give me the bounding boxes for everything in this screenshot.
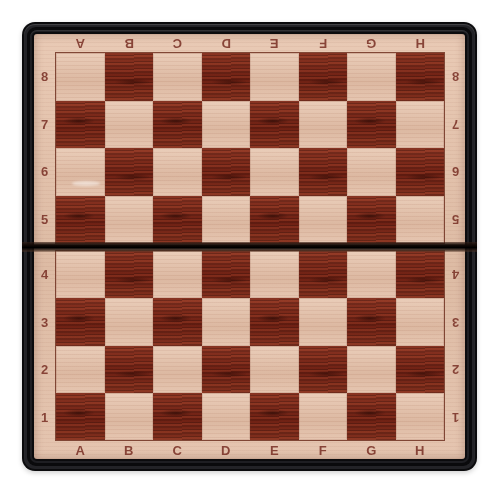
file-label-bottom-h: H — [396, 441, 445, 459]
square-c5[interactable] — [153, 196, 202, 244]
file-label-top-d: D — [202, 35, 251, 52]
square-b7[interactable] — [105, 101, 154, 149]
square-g7[interactable] — [347, 101, 396, 149]
rank-label-right-1: 1 — [446, 394, 465, 441]
square-d6[interactable] — [202, 148, 251, 196]
square-g1[interactable] — [347, 393, 396, 440]
rank-label-right-7: 7 — [446, 101, 465, 148]
square-c2[interactable] — [153, 346, 202, 393]
square-d3[interactable] — [202, 298, 251, 345]
file-label-bottom-c: C — [153, 441, 202, 459]
square-f6[interactable] — [299, 148, 348, 196]
square-b2[interactable] — [105, 346, 154, 393]
square-e4[interactable] — [250, 251, 299, 298]
board-bottom-half — [56, 251, 444, 440]
square-g8[interactable] — [347, 53, 396, 101]
square-g2[interactable] — [347, 346, 396, 393]
rank-label-right-5: 5 — [446, 196, 465, 243]
board-top-half — [56, 53, 444, 243]
file-label-bottom-b: B — [105, 441, 154, 459]
square-d1[interactable] — [202, 393, 251, 440]
square-e2[interactable] — [250, 346, 299, 393]
file-label-bottom-e: E — [250, 441, 299, 459]
square-b8[interactable] — [105, 53, 154, 101]
square-g5[interactable] — [347, 196, 396, 244]
file-label-bottom-a: A — [56, 441, 105, 459]
square-c7[interactable] — [153, 101, 202, 149]
rank-label-left-1: 1 — [35, 394, 54, 441]
file-label-top-h: H — [396, 35, 445, 52]
square-e5[interactable] — [250, 196, 299, 244]
square-a2[interactable] — [56, 346, 105, 393]
square-c8[interactable] — [153, 53, 202, 101]
file-label-top-a: A — [56, 35, 105, 52]
square-a1[interactable] — [56, 393, 105, 440]
rank-label-right-8: 8 — [446, 53, 465, 100]
square-b3[interactable] — [105, 298, 154, 345]
square-h2[interactable] — [396, 346, 445, 393]
square-d7[interactable] — [202, 101, 251, 149]
square-f1[interactable] — [299, 393, 348, 440]
square-a8[interactable] — [56, 53, 105, 101]
square-e1[interactable] — [250, 393, 299, 440]
square-f4[interactable] — [299, 251, 348, 298]
square-h3[interactable] — [396, 298, 445, 345]
square-c3[interactable] — [153, 298, 202, 345]
file-label-top-f: F — [299, 35, 348, 52]
rank-label-right-3: 3 — [446, 299, 465, 346]
file-label-top-b: B — [105, 35, 154, 52]
square-g4[interactable] — [347, 251, 396, 298]
square-c4[interactable] — [153, 251, 202, 298]
square-h5[interactable] — [396, 196, 445, 244]
file-label-bottom-d: D — [202, 441, 251, 459]
square-h6[interactable] — [396, 148, 445, 196]
square-a7[interactable] — [56, 101, 105, 149]
square-b1[interactable] — [105, 393, 154, 440]
square-f2[interactable] — [299, 346, 348, 393]
square-b4[interactable] — [105, 251, 154, 298]
square-g6[interactable] — [347, 148, 396, 196]
chessboard-photo: ABCDEFGH ABCDEFGH 87654321 87654321 — [0, 0, 500, 494]
square-a4[interactable] — [56, 251, 105, 298]
square-d4[interactable] — [202, 251, 251, 298]
square-c6[interactable] — [153, 148, 202, 196]
rank-label-left-5: 5 — [35, 196, 54, 243]
square-e8[interactable] — [250, 53, 299, 101]
a6-scuff-mark — [72, 181, 100, 186]
file-label-bottom-f: F — [299, 441, 348, 459]
square-a5[interactable] — [56, 196, 105, 244]
square-h8[interactable] — [396, 53, 445, 101]
square-b5[interactable] — [105, 196, 154, 244]
file-label-top-e: E — [250, 35, 299, 52]
rank-label-left-7: 7 — [35, 101, 54, 148]
square-a6[interactable] — [56, 148, 105, 196]
square-d8[interactable] — [202, 53, 251, 101]
rank-label-left-2: 2 — [35, 346, 54, 393]
rank-label-right-2: 2 — [446, 346, 465, 393]
file-label-top-g: G — [347, 35, 396, 52]
square-e3[interactable] — [250, 298, 299, 345]
rank-label-left-8: 8 — [35, 53, 54, 100]
fold-seam — [22, 242, 477, 252]
rank-labels-left: 87654321 — [35, 53, 54, 441]
square-f5[interactable] — [299, 196, 348, 244]
square-h4[interactable] — [396, 251, 445, 298]
rank-label-left-4: 4 — [35, 251, 54, 298]
square-h1[interactable] — [396, 393, 445, 440]
rank-label-left-3: 3 — [35, 299, 54, 346]
square-a3[interactable] — [56, 298, 105, 345]
file-label-top-c: C — [153, 35, 202, 52]
square-b6[interactable] — [105, 148, 154, 196]
rank-label-right-6: 6 — [446, 148, 465, 195]
square-d5[interactable] — [202, 196, 251, 244]
file-labels-top: ABCDEFGH — [56, 35, 444, 52]
file-label-bottom-g: G — [347, 441, 396, 459]
square-h7[interactable] — [396, 101, 445, 149]
rank-label-right-4: 4 — [446, 251, 465, 298]
square-e7[interactable] — [250, 101, 299, 149]
rank-labels-right: 87654321 — [446, 53, 465, 441]
square-d2[interactable] — [202, 346, 251, 393]
square-f8[interactable] — [299, 53, 348, 101]
square-g3[interactable] — [347, 298, 396, 345]
square-e6[interactable] — [250, 148, 299, 196]
file-labels-bottom: ABCDEFGH — [56, 441, 444, 459]
square-c1[interactable] — [153, 393, 202, 440]
square-f7[interactable] — [299, 101, 348, 149]
square-f3[interactable] — [299, 298, 348, 345]
rank-label-left-6: 6 — [35, 148, 54, 195]
